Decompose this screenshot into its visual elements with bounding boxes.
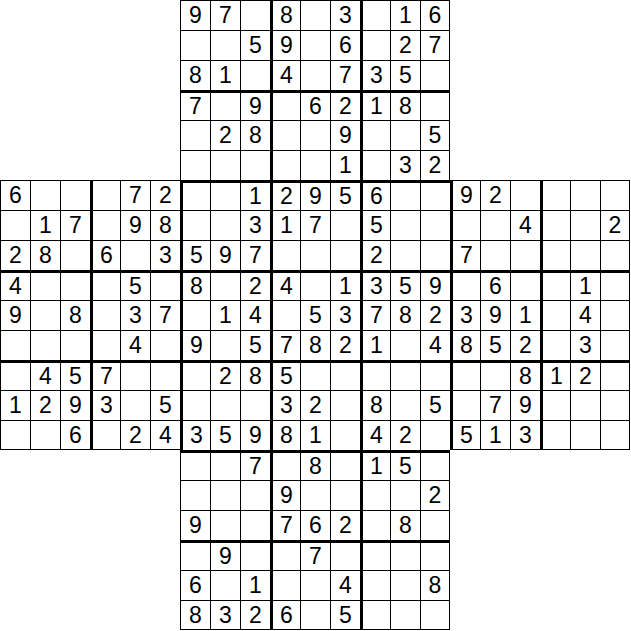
cell-r0-c12[interactable] [360, 0, 390, 30]
cell-r8-c0[interactable]: 2 [0, 240, 30, 270]
cell-r4-c7[interactable]: 2 [210, 120, 240, 150]
cell-r2-c6[interactable]: 8 [180, 60, 210, 90]
cell-r12-c15[interactable] [450, 360, 480, 390]
cell-r10-c1[interactable] [30, 300, 60, 330]
cell-r14-c12[interactable]: 4 [360, 420, 390, 450]
cell-r15-c8[interactable]: 7 [240, 450, 270, 480]
cell-r10-c18[interactable] [540, 300, 570, 330]
cell-r12-c8[interactable]: 8 [240, 360, 270, 390]
cell-r0-c8[interactable] [240, 0, 270, 30]
cell-r8-c2[interactable] [60, 240, 90, 270]
cell-r7-c10[interactable]: 7 [300, 210, 330, 240]
cell-r6-c0[interactable]: 6 [0, 180, 30, 210]
cell-r7-c6[interactable] [180, 210, 210, 240]
cell-r12-c1[interactable]: 4 [30, 360, 60, 390]
cell-r6-c18[interactable] [540, 180, 570, 210]
cell-r2-c13[interactable]: 5 [390, 60, 420, 90]
cell-r4-c11[interactable]: 9 [330, 120, 360, 150]
cell-r6-c2[interactable] [60, 180, 90, 210]
cell-r0-c7[interactable]: 7 [210, 0, 240, 30]
cell-r9-c8[interactable]: 2 [240, 270, 270, 300]
cell-r13-c13[interactable] [390, 390, 420, 420]
cell-r7-c12[interactable]: 5 [360, 210, 390, 240]
cell-r6-c8[interactable]: 1 [240, 180, 270, 210]
cell-r4-c13[interactable] [390, 120, 420, 150]
cell-r12-c11[interactable] [330, 360, 360, 390]
cell-r9-c0[interactable]: 4 [0, 270, 30, 300]
cell-r10-c19[interactable]: 4 [570, 300, 600, 330]
cell-r6-c3[interactable] [90, 180, 120, 210]
cell-r18-c7[interactable]: 9 [210, 540, 240, 570]
cell-r5-c9[interactable] [270, 150, 300, 180]
cell-r16-c8[interactable] [240, 480, 270, 510]
cell-r16-c9[interactable]: 9 [270, 480, 300, 510]
cell-r7-c3[interactable] [90, 210, 120, 240]
cell-r13-c16[interactable]: 7 [480, 390, 510, 420]
cell-r10-c12[interactable]: 7 [360, 300, 390, 330]
cell-r14-c6[interactable]: 3 [180, 420, 210, 450]
cell-r19-c14[interactable]: 8 [420, 570, 450, 600]
cell-r9-c1[interactable] [30, 270, 60, 300]
cell-r3-c7[interactable] [210, 90, 240, 120]
cell-r6-c10[interactable]: 9 [300, 180, 330, 210]
cell-r5-c14[interactable]: 2 [420, 150, 450, 180]
cell-r6-c11[interactable]: 5 [330, 180, 360, 210]
cell-r12-c7[interactable]: 2 [210, 360, 240, 390]
cell-r7-c14[interactable] [420, 210, 450, 240]
cell-r6-c16[interactable]: 2 [480, 180, 510, 210]
cell-r5-c8[interactable] [240, 150, 270, 180]
cell-r17-c14[interactable] [420, 510, 450, 540]
cell-r4-c6[interactable] [180, 120, 210, 150]
cell-r13-c18[interactable] [540, 390, 570, 420]
cell-r6-c15[interactable]: 9 [450, 180, 480, 210]
cell-r10-c9[interactable] [270, 300, 300, 330]
cell-r5-c6[interactable] [180, 150, 210, 180]
cell-r7-c4[interactable]: 9 [120, 210, 150, 240]
cell-r20-c7[interactable]: 3 [210, 600, 240, 630]
cell-r13-c3[interactable]: 3 [90, 390, 120, 420]
cell-r5-c11[interactable]: 1 [330, 150, 360, 180]
outside-area [30, 0, 60, 30]
cell-r3-c12[interactable]: 1 [360, 90, 390, 120]
cell-r9-c15[interactable] [450, 270, 480, 300]
cell-r20-c12[interactable] [360, 600, 390, 630]
cell-r19-c9[interactable] [270, 570, 300, 600]
cell-r2-c8[interactable] [240, 60, 270, 90]
cell-r2-c10[interactable] [300, 60, 330, 90]
cell-r2-c14[interactable] [420, 60, 450, 90]
cell-r1-c14[interactable]: 7 [420, 30, 450, 60]
cell-r17-c8[interactable] [240, 510, 270, 540]
cell-r14-c13[interactable]: 2 [390, 420, 420, 450]
cell-r10-c8[interactable]: 4 [240, 300, 270, 330]
cell-r15-c10[interactable]: 8 [300, 450, 330, 480]
cell-r2-c9[interactable]: 4 [270, 60, 300, 90]
cell-r8-c12[interactable]: 2 [360, 240, 390, 270]
cell-r0-c14[interactable]: 6 [420, 0, 450, 30]
cell-r10-c6[interactable] [180, 300, 210, 330]
cell-r0-c11[interactable]: 3 [330, 0, 360, 30]
cell-r19-c7[interactable] [210, 570, 240, 600]
cell-r7-c20[interactable]: 2 [600, 210, 630, 240]
cell-r20-c14[interactable] [420, 600, 450, 630]
cell-r10-c5[interactable]: 7 [150, 300, 180, 330]
cell-r16-c12[interactable] [360, 480, 390, 510]
cell-r19-c10[interactable] [300, 570, 330, 600]
cell-r18-c12[interactable] [360, 540, 390, 570]
cell-r16-c7[interactable] [210, 480, 240, 510]
cell-r7-c7[interactable] [210, 210, 240, 240]
cell-r2-c12[interactable]: 3 [360, 60, 390, 90]
cell-r12-c9[interactable]: 5 [270, 360, 300, 390]
cell-r8-c17[interactable] [510, 240, 540, 270]
cell-r10-c16[interactable]: 9 [480, 300, 510, 330]
cell-r1-c11[interactable]: 6 [330, 30, 360, 60]
cell-r5-c12[interactable] [360, 150, 390, 180]
cell-r8-c4[interactable] [120, 240, 150, 270]
cell-r6-c1[interactable] [30, 180, 60, 210]
cell-r12-c6[interactable] [180, 360, 210, 390]
cell-r14-c19[interactable] [570, 420, 600, 450]
cell-r12-c14[interactable] [420, 360, 450, 390]
cell-r13-c5[interactable]: 5 [150, 390, 180, 420]
cell-r13-c14[interactable]: 5 [420, 390, 450, 420]
cell-r6-c7[interactable] [210, 180, 240, 210]
cell-r11-c13[interactable] [390, 330, 420, 360]
cell-r11-c12[interactable]: 1 [360, 330, 390, 360]
cell-r14-c10[interactable]: 1 [300, 420, 330, 450]
cell-r8-c18[interactable] [540, 240, 570, 270]
cell-r9-c6[interactable]: 8 [180, 270, 210, 300]
cell-r15-c7[interactable] [210, 450, 240, 480]
cell-r3-c14[interactable] [420, 90, 450, 120]
cell-r6-c20[interactable] [600, 180, 630, 210]
cell-r13-c11[interactable] [330, 390, 360, 420]
cell-r11-c1[interactable] [30, 330, 60, 360]
cell-r11-c5[interactable] [150, 330, 180, 360]
cell-r1-c10[interactable] [300, 30, 330, 60]
cell-r13-c6[interactable] [180, 390, 210, 420]
cell-r12-c16[interactable] [480, 360, 510, 390]
cell-r8-c20[interactable] [600, 240, 630, 270]
cell-r8-c5[interactable]: 3 [150, 240, 180, 270]
cell-r17-c13[interactable]: 8 [390, 510, 420, 540]
cell-r13-c20[interactable] [600, 390, 630, 420]
cell-r15-c9[interactable] [270, 450, 300, 480]
cell-r9-c19[interactable]: 1 [570, 270, 600, 300]
cell-r18-c9[interactable] [270, 540, 300, 570]
cell-r17-c9[interactable]: 7 [270, 510, 300, 540]
cell-r11-c0[interactable] [0, 330, 30, 360]
cell-r8-c10[interactable] [300, 240, 330, 270]
cell-r11-c8[interactable]: 5 [240, 330, 270, 360]
cell-r20-c11[interactable]: 5 [330, 600, 360, 630]
cell-r14-c5[interactable]: 4 [150, 420, 180, 450]
cell-r9-c13[interactable]: 5 [390, 270, 420, 300]
cell-r1-c9[interactable]: 9 [270, 30, 300, 60]
cell-r1-c13[interactable]: 2 [390, 30, 420, 60]
cell-r11-c4[interactable]: 4 [120, 330, 150, 360]
cell-r3-c8[interactable]: 9 [240, 90, 270, 120]
cell-r11-c14[interactable]: 4 [420, 330, 450, 360]
cell-r19-c12[interactable] [360, 570, 390, 600]
cell-r13-c4[interactable] [120, 390, 150, 420]
cell-r10-c14[interactable]: 2 [420, 300, 450, 330]
cell-r3-c6[interactable]: 7 [180, 90, 210, 120]
cell-r13-c10[interactable]: 2 [300, 390, 330, 420]
cell-r12-c2[interactable]: 5 [60, 360, 90, 390]
cell-r8-c16[interactable] [480, 240, 510, 270]
cell-r17-c11[interactable]: 2 [330, 510, 360, 540]
cell-r2-c11[interactable]: 7 [330, 60, 360, 90]
cell-r10-c13[interactable]: 8 [390, 300, 420, 330]
cell-r14-c4[interactable]: 2 [120, 420, 150, 450]
cell-r15-c6[interactable] [180, 450, 210, 480]
cell-r11-c20[interactable] [600, 330, 630, 360]
cell-r9-c9[interactable]: 4 [270, 270, 300, 300]
cell-r7-c17[interactable]: 4 [510, 210, 540, 240]
cell-r8-c6[interactable]: 5 [180, 240, 210, 270]
cell-r7-c19[interactable] [570, 210, 600, 240]
cell-r11-c6[interactable]: 9 [180, 330, 210, 360]
cell-r16-c6[interactable] [180, 480, 210, 510]
cell-r8-c7[interactable]: 9 [210, 240, 240, 270]
cell-r11-c17[interactable]: 2 [510, 330, 540, 360]
cell-r14-c0[interactable] [0, 420, 30, 450]
cell-r13-c2[interactable]: 9 [60, 390, 90, 420]
cell-r5-c10[interactable] [300, 150, 330, 180]
cell-r6-c4[interactable]: 7 [120, 180, 150, 210]
cell-r12-c19[interactable]: 2 [570, 360, 600, 390]
cell-r4-c14[interactable]: 5 [420, 120, 450, 150]
cell-r20-c8[interactable]: 2 [240, 600, 270, 630]
cell-r14-c14[interactable] [420, 420, 450, 450]
cell-r8-c14[interactable] [420, 240, 450, 270]
cell-r4-c10[interactable] [300, 120, 330, 150]
cell-r8-c13[interactable] [390, 240, 420, 270]
cell-r10-c17[interactable]: 1 [510, 300, 540, 330]
cell-r15-c11[interactable] [330, 450, 360, 480]
cell-r8-c1[interactable]: 8 [30, 240, 60, 270]
cell-r11-c2[interactable] [60, 330, 90, 360]
cell-r13-c15[interactable] [450, 390, 480, 420]
cell-r13-c0[interactable]: 1 [0, 390, 30, 420]
cell-r11-c19[interactable]: 3 [570, 330, 600, 360]
cell-r3-c11[interactable]: 2 [330, 90, 360, 120]
cell-r13-c17[interactable]: 9 [510, 390, 540, 420]
cell-r7-c13[interactable] [390, 210, 420, 240]
cell-r16-c11[interactable] [330, 480, 360, 510]
cell-r16-c14[interactable]: 2 [420, 480, 450, 510]
cell-r18-c6[interactable] [180, 540, 210, 570]
cell-r10-c3[interactable] [90, 300, 120, 330]
cell-r10-c11[interactable]: 3 [330, 300, 360, 330]
cell-r0-c10[interactable] [300, 0, 330, 30]
cell-r9-c11[interactable]: 1 [330, 270, 360, 300]
cell-r6-c19[interactable] [570, 180, 600, 210]
cell-r15-c12[interactable]: 1 [360, 450, 390, 480]
cell-r14-c17[interactable]: 3 [510, 420, 540, 450]
outside-area [540, 0, 570, 30]
cell-r13-c12[interactable]: 8 [360, 390, 390, 420]
cell-r12-c17[interactable]: 8 [510, 360, 540, 390]
cell-r18-c10[interactable]: 7 [300, 540, 330, 570]
cell-r20-c6[interactable]: 8 [180, 600, 210, 630]
cell-r17-c12[interactable] [360, 510, 390, 540]
cell-r19-c13[interactable] [390, 570, 420, 600]
cell-r18-c14[interactable] [420, 540, 450, 570]
cell-r10-c15[interactable]: 3 [450, 300, 480, 330]
cell-r13-c19[interactable] [570, 390, 600, 420]
cell-r10-c20[interactable] [600, 300, 630, 330]
cell-r2-c7[interactable]: 1 [210, 60, 240, 90]
cell-r3-c13[interactable]: 8 [390, 90, 420, 120]
cell-r13-c9[interactable]: 3 [270, 390, 300, 420]
cell-r16-c10[interactable] [300, 480, 330, 510]
cell-r16-c13[interactable] [390, 480, 420, 510]
cell-r1-c12[interactable] [360, 30, 390, 60]
cell-r8-c19[interactable] [570, 240, 600, 270]
cell-r9-c12[interactable]: 3 [360, 270, 390, 300]
cell-r9-c5[interactable] [150, 270, 180, 300]
cell-r12-c20[interactable] [600, 360, 630, 390]
cell-r12-c0[interactable] [0, 360, 30, 390]
cell-r13-c8[interactable] [240, 390, 270, 420]
cell-r7-c1[interactable]: 1 [30, 210, 60, 240]
cell-r4-c12[interactable] [360, 120, 390, 150]
cell-r12-c18[interactable]: 1 [540, 360, 570, 390]
cell-r9-c20[interactable] [600, 270, 630, 300]
cell-r4-c9[interactable] [270, 120, 300, 150]
cell-r12-c13[interactable] [390, 360, 420, 390]
cell-r3-c9[interactable] [270, 90, 300, 120]
cell-r12-c5[interactable] [150, 360, 180, 390]
cell-r14-c3[interactable] [90, 420, 120, 450]
cell-r17-c7[interactable] [210, 510, 240, 540]
cell-r9-c2[interactable] [60, 270, 90, 300]
cell-r6-c9[interactable]: 2 [270, 180, 300, 210]
cell-r5-c13[interactable]: 3 [390, 150, 420, 180]
cell-r12-c4[interactable] [120, 360, 150, 390]
cell-r9-c16[interactable]: 6 [480, 270, 510, 300]
cell-r19-c11[interactable]: 4 [330, 570, 360, 600]
cell-r8-c11[interactable] [330, 240, 360, 270]
cell-r6-c17[interactable] [510, 180, 540, 210]
cell-r14-c7[interactable]: 5 [210, 420, 240, 450]
cell-r6-c6[interactable] [180, 180, 210, 210]
cell-r8-c9[interactable] [270, 240, 300, 270]
cell-r18-c13[interactable] [390, 540, 420, 570]
cell-r9-c10[interactable] [300, 270, 330, 300]
cell-r14-c18[interactable] [540, 420, 570, 450]
cell-r10-c0[interactable]: 9 [0, 300, 30, 330]
cell-r1-c6[interactable] [180, 30, 210, 60]
cell-r10-c2[interactable]: 8 [60, 300, 90, 330]
cell-r7-c0[interactable] [0, 210, 30, 240]
cell-r13-c7[interactable] [210, 390, 240, 420]
cell-r10-c10[interactable]: 5 [300, 300, 330, 330]
cell-r14-c15[interactable]: 5 [450, 420, 480, 450]
cell-r19-c8[interactable]: 1 [240, 570, 270, 600]
cell-r18-c8[interactable] [240, 540, 270, 570]
cell-r8-c8[interactable]: 7 [240, 240, 270, 270]
cell-r10-c4[interactable]: 3 [120, 300, 150, 330]
cell-r9-c3[interactable] [90, 270, 120, 300]
cell-r8-c3[interactable]: 6 [90, 240, 120, 270]
cell-r17-c6[interactable]: 9 [180, 510, 210, 540]
cell-r20-c13[interactable] [390, 600, 420, 630]
cell-r9-c18[interactable] [540, 270, 570, 300]
cell-r7-c18[interactable] [540, 210, 570, 240]
cell-r11-c11[interactable]: 2 [330, 330, 360, 360]
outside-area [600, 120, 630, 150]
cell-r14-c2[interactable]: 6 [60, 420, 90, 450]
cell-r11-c9[interactable]: 7 [270, 330, 300, 360]
cell-r11-c18[interactable] [540, 330, 570, 360]
cell-r14-c20[interactable] [600, 420, 630, 450]
cell-r6-c5[interactable]: 2 [150, 180, 180, 210]
cell-r0-c13[interactable]: 1 [390, 0, 420, 30]
cell-r7-c11[interactable] [330, 210, 360, 240]
cell-r9-c4[interactable]: 5 [120, 270, 150, 300]
cell-r18-c11[interactable] [330, 540, 360, 570]
cell-r14-c8[interactable]: 9 [240, 420, 270, 450]
cell-r11-c16[interactable]: 5 [480, 330, 510, 360]
cell-r7-c16[interactable] [480, 210, 510, 240]
cell-r20-c10[interactable] [300, 600, 330, 630]
cell-r1-c8[interactable]: 5 [240, 30, 270, 60]
cell-r13-c1[interactable]: 2 [30, 390, 60, 420]
cell-r7-c15[interactable] [450, 210, 480, 240]
cell-r3-c10[interactable]: 6 [300, 90, 330, 120]
cell-r6-c14[interactable] [420, 180, 450, 210]
cell-r14-c16[interactable]: 1 [480, 420, 510, 450]
cell-r11-c7[interactable] [210, 330, 240, 360]
cell-r20-c9[interactable]: 6 [270, 600, 300, 630]
cell-r7-c9[interactable]: 1 [270, 210, 300, 240]
cell-r9-c7[interactable] [210, 270, 240, 300]
cell-r8-c15[interactable]: 7 [450, 240, 480, 270]
cell-r12-c3[interactable]: 7 [90, 360, 120, 390]
cell-r0-c9[interactable]: 8 [270, 0, 300, 30]
cell-r15-c14[interactable] [420, 450, 450, 480]
cell-r19-c6[interactable]: 6 [180, 570, 210, 600]
cell-r11-c10[interactable]: 8 [300, 330, 330, 360]
cell-r5-c7[interactable] [210, 150, 240, 180]
cell-r15-c13[interactable]: 5 [390, 450, 420, 480]
cell-r14-c11[interactable] [330, 420, 360, 450]
cell-r10-c7[interactable]: 1 [210, 300, 240, 330]
cell-r6-c12[interactable]: 6 [360, 180, 390, 210]
cell-r7-c2[interactable]: 7 [60, 210, 90, 240]
cell-r4-c8[interactable]: 8 [240, 120, 270, 150]
cell-r6-c13[interactable] [390, 180, 420, 210]
cell-r11-c3[interactable] [90, 330, 120, 360]
cell-r11-c15[interactable]: 8 [450, 330, 480, 360]
cell-r7-c8[interactable]: 3 [240, 210, 270, 240]
cell-r12-c10[interactable] [300, 360, 330, 390]
cell-r14-c9[interactable]: 8 [270, 420, 300, 450]
cell-r14-c1[interactable] [30, 420, 60, 450]
cell-r17-c10[interactable]: 6 [300, 510, 330, 540]
cell-r1-c7[interactable] [210, 30, 240, 60]
cell-r7-c5[interactable]: 8 [150, 210, 180, 240]
cell-r0-c6[interactable]: 9 [180, 0, 210, 30]
cell-r9-c17[interactable] [510, 270, 540, 300]
cell-r12-c12[interactable] [360, 360, 390, 390]
cell-r9-c14[interactable]: 9 [420, 270, 450, 300]
